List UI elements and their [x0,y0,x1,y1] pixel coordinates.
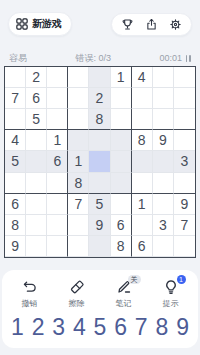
hint-button[interactable]: 1 提示 [162,278,180,309]
cell-r1c3[interactable] [47,67,68,88]
notes-button[interactable]: 关 笔记 [115,278,133,309]
top-bar: 新游戏 [0,0,200,36]
cell-r5c7[interactable] [132,151,153,172]
cell-r6c5[interactable] [89,173,110,194]
cell-r4c2[interactable] [26,130,47,151]
cell-r1c1[interactable] [5,67,26,88]
cell-r7c2[interactable] [26,194,47,215]
cell-r5c6[interactable] [111,151,132,172]
cell-r7c9[interactable]: 9 [174,194,195,215]
difficulty-label: 容易 [9,52,27,65]
numkey-9[interactable]: 9 [176,315,189,340]
cell-r2c8[interactable] [153,88,174,109]
cell-r2c4[interactable] [68,88,89,109]
numpad: 123456789 [2,309,198,342]
status-bar: 容易 错误: 0/3 00:01 [9,52,191,64]
eraser-icon [68,278,86,296]
cell-r9c9[interactable] [174,236,195,257]
cell-r7c1[interactable]: 6 [5,194,26,215]
share-icon[interactable] [145,18,158,31]
cell-r7c5[interactable]: 5 [89,194,110,215]
cell-r4c9[interactable] [174,130,195,151]
cell-r8c9[interactable]: 7 [174,215,195,236]
grid-icon [16,18,28,30]
cell-r6c3[interactable] [47,173,68,194]
sudoku-app: 新游戏 [0,0,200,355]
undo-label: 撤销 [22,298,38,309]
cell-r1c8[interactable] [153,67,174,88]
cell-r2c1[interactable]: 7 [5,88,26,109]
cell-r5c3[interactable]: 6 [47,151,68,172]
numkey-1[interactable]: 1 [11,315,24,340]
cell-r9c6[interactable]: 8 [111,236,132,257]
timer-label: 00:01 [159,53,182,63]
cell-r9c7[interactable]: 6 [132,236,153,257]
numkey-5[interactable]: 5 [94,315,107,340]
cell-r3c8[interactable] [153,109,174,130]
numkey-4[interactable]: 4 [73,315,86,340]
cell-r4c7[interactable]: 8 [132,130,153,151]
cell-r9c2[interactable] [26,236,47,257]
cell-r8c1[interactable]: 8 [5,215,26,236]
cell-r1c6[interactable]: 1 [111,67,132,88]
cell-r7c4[interactable]: 7 [68,194,89,215]
new-game-button[interactable]: 新游戏 [8,12,72,36]
cell-r6c4[interactable]: 8 [68,173,89,194]
cell-r4c3[interactable]: 1 [47,130,68,151]
cell-r4c4[interactable] [68,130,89,151]
cell-r8c7[interactable] [132,215,153,236]
pencil-icon: 关 [115,278,133,296]
cell-r1c2[interactable]: 2 [26,67,47,88]
cell-r6c9[interactable] [174,173,195,194]
cell-r3c6[interactable] [111,109,132,130]
cell-r8c4[interactable] [68,215,89,236]
cell-r6c7[interactable] [132,173,153,194]
cell-r2c6[interactable] [111,88,132,109]
new-game-label: 新游戏 [32,17,62,31]
hint-count-badge: 1 [177,275,186,284]
cell-r8c6[interactable]: 6 [111,215,132,236]
sudoku-board: 214762584189561386751989637986 [4,66,196,258]
numkey-8[interactable]: 8 [155,315,168,340]
controls-row: 撤销 擦除 关 笔记 [2,276,198,309]
pause-icon[interactable] [186,55,191,62]
cell-r5c8[interactable] [153,151,174,172]
cell-r3c7[interactable] [132,109,153,130]
cell-r9c4[interactable] [68,236,89,257]
cell-r3c1[interactable] [5,109,26,130]
cell-r9c3[interactable] [47,236,68,257]
erase-button[interactable]: 擦除 [68,278,86,309]
bulb-icon: 1 [162,278,180,296]
cell-r3c9[interactable] [174,109,195,130]
cell-r8c3[interactable] [47,215,68,236]
numkey-6[interactable]: 6 [114,315,127,340]
cell-r2c7[interactable] [132,88,153,109]
cell-r3c4[interactable] [68,109,89,130]
hint-label: 提示 [163,298,179,309]
cell-r1c7[interactable]: 4 [132,67,153,88]
cell-r8c2[interactable] [26,215,47,236]
cell-r8c8[interactable]: 3 [153,215,174,236]
cell-r6c1[interactable] [5,173,26,194]
numkey-3[interactable]: 3 [52,315,65,340]
cell-r9c1[interactable]: 9 [5,236,26,257]
cell-r1c9[interactable] [174,67,195,88]
cell-r4c8[interactable]: 9 [153,130,174,151]
notes-off-badge: 关 [128,275,141,284]
cell-r6c8[interactable] [153,173,174,194]
cell-r3c3[interactable] [47,109,68,130]
cell-r2c5[interactable]: 2 [89,88,110,109]
cell-r5c1[interactable]: 5 [5,151,26,172]
cell-r9c5[interactable] [89,236,110,257]
numkey-7[interactable]: 7 [135,315,148,340]
cell-r2c9[interactable] [174,88,195,109]
cell-r4c5[interactable] [89,130,110,151]
cell-r9c8[interactable] [153,236,174,257]
cell-r1c4[interactable] [68,67,89,88]
cell-r5c9[interactable]: 3 [174,151,195,172]
cell-r5c5[interactable] [89,151,110,172]
cell-r4c1[interactable]: 4 [5,130,26,151]
numkey-2[interactable]: 2 [32,315,45,340]
mistakes-label: 错误: 0/3 [75,52,111,65]
erase-label: 擦除 [69,298,85,309]
trophy-icon[interactable] [121,18,134,31]
notes-label: 笔记 [116,298,132,309]
cell-r7c3[interactable] [47,194,68,215]
cell-r7c6[interactable] [111,194,132,215]
cell-r6c6[interactable] [111,173,132,194]
cell-r3c2[interactable]: 5 [26,109,47,130]
cell-r2c3[interactable] [47,88,68,109]
cell-r2c2[interactable]: 6 [26,88,47,109]
cell-r1c5[interactable] [89,67,110,88]
undo-button[interactable]: 撤销 [21,278,39,309]
cell-r5c2[interactable] [26,151,47,172]
cell-r7c7[interactable]: 1 [132,194,153,215]
cell-r4c6[interactable] [111,130,132,151]
topbar-actions [111,13,192,36]
settings-icon[interactable] [169,18,182,31]
cell-r6c2[interactable] [26,173,47,194]
bottom-panel: 撤销 擦除 关 笔记 [2,270,198,348]
cell-r5c4[interactable]: 1 [68,151,89,172]
cell-r7c8[interactable] [153,194,174,215]
cell-r3c5[interactable]: 8 [89,109,110,130]
cell-r8c5[interactable]: 9 [89,215,110,236]
undo-icon [21,278,39,296]
